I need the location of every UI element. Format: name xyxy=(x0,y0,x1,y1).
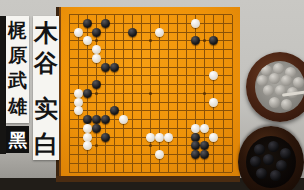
bowl-white-stone xyxy=(269,73,280,84)
black-stone xyxy=(191,36,200,45)
black-stone xyxy=(92,115,101,124)
black-stone-bowl xyxy=(238,126,304,190)
caption-char: 武 xyxy=(6,70,29,90)
white-stone xyxy=(74,106,83,115)
grid-line xyxy=(168,15,169,173)
black-stone-bowl-stones xyxy=(246,136,296,188)
white-stone xyxy=(83,124,92,133)
bowl-black-stone xyxy=(250,156,261,167)
grid-line xyxy=(69,172,232,173)
black-stone xyxy=(92,28,101,37)
grid-line xyxy=(69,163,232,164)
black-stone xyxy=(92,124,101,133)
grid-line xyxy=(186,15,187,173)
grid-line xyxy=(69,110,232,111)
white-player-name-strip: 木谷实 白 xyxy=(33,16,59,160)
black-side-badge: 黑 xyxy=(6,126,29,153)
bowl-white-stone xyxy=(281,99,292,110)
white-stone xyxy=(74,89,83,98)
caption-char: 木 xyxy=(33,20,59,46)
video-frame: 梶原武雄 黑 木谷实 白 xyxy=(0,0,304,190)
caption-char: 原 xyxy=(6,45,29,65)
black-stone xyxy=(200,141,209,150)
caption-char: 雄 xyxy=(6,96,29,116)
white-stone-bowl xyxy=(246,52,304,122)
white-stone xyxy=(164,133,173,142)
white-stone xyxy=(119,115,128,124)
bowl-black-stone xyxy=(280,148,291,159)
black-stone xyxy=(128,28,137,37)
white-stone xyxy=(92,45,101,54)
bowl-black-stone xyxy=(268,141,279,152)
black-stone xyxy=(83,89,92,98)
white-stone xyxy=(155,28,164,37)
white-side-badge: 白 xyxy=(33,128,59,160)
bowl-white-stone xyxy=(293,77,304,88)
star-point xyxy=(95,39,98,42)
go-board xyxy=(56,7,240,177)
black-stone xyxy=(200,150,209,159)
black-player-name: 梶原武雄 xyxy=(6,16,29,123)
bowl-white-stone xyxy=(269,97,280,108)
black-stone xyxy=(191,141,200,150)
grid-line xyxy=(159,15,160,173)
black-stone xyxy=(101,115,110,124)
star-point xyxy=(149,144,152,147)
bowl-white-stone xyxy=(281,75,292,86)
grid-line xyxy=(177,15,178,173)
white-stone xyxy=(146,133,155,142)
bowl-white-stone xyxy=(263,85,274,96)
white-stone xyxy=(191,19,200,28)
caption-char: 谷 xyxy=(33,50,59,76)
star-point xyxy=(203,39,206,42)
white-stone xyxy=(155,133,164,142)
caption-char: 梶 xyxy=(6,20,29,40)
white-stone xyxy=(155,150,164,159)
black-stone xyxy=(83,19,92,28)
star-point xyxy=(95,92,98,95)
white-stone-bowl-stones xyxy=(255,61,304,113)
grid-line xyxy=(223,15,224,173)
black-stone xyxy=(101,63,110,72)
white-stone xyxy=(83,36,92,45)
black-stone xyxy=(110,106,119,115)
go-board-side-edge xyxy=(56,176,240,182)
bowl-black-stone xyxy=(270,170,281,181)
grid-line xyxy=(232,15,233,173)
grid-line xyxy=(69,102,232,103)
white-stone xyxy=(209,133,218,142)
bowl-black-stone xyxy=(263,154,274,165)
white-stone xyxy=(83,133,92,142)
white-stone xyxy=(209,71,218,80)
black-player-name-strip: 梶原武雄 xyxy=(6,16,29,123)
star-point xyxy=(95,144,98,147)
white-stone xyxy=(83,141,92,150)
white-stone xyxy=(74,28,83,37)
star-point xyxy=(149,39,152,42)
bowl-black-stone xyxy=(276,160,287,171)
black-stone xyxy=(92,80,101,89)
black-stone xyxy=(191,133,200,142)
black-stone xyxy=(191,150,200,159)
black-stone xyxy=(110,63,119,72)
white-stone xyxy=(209,98,218,107)
white-stone xyxy=(191,124,200,133)
black-stone xyxy=(101,19,110,28)
caption-char: 实 xyxy=(33,96,59,122)
white-stone xyxy=(200,124,209,133)
bowl-black-stone xyxy=(256,168,267,179)
black-stone xyxy=(83,115,92,124)
star-point xyxy=(203,92,206,95)
black-stone xyxy=(209,36,218,45)
bowl-black-stone xyxy=(254,144,265,155)
star-point xyxy=(149,92,152,95)
white-stone xyxy=(92,54,101,63)
black-stone xyxy=(101,133,110,142)
white-stone xyxy=(74,98,83,107)
